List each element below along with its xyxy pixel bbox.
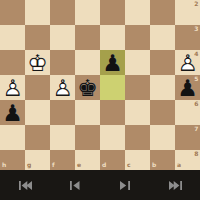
square-d4[interactable]: ♟ <box>100 50 125 75</box>
white-pawn-outline: ♙ <box>50 75 75 100</box>
file-label-d: d <box>102 162 106 168</box>
square-b4[interactable] <box>150 50 175 75</box>
square-e6[interactable] <box>75 100 100 125</box>
square-c5[interactable] <box>125 75 150 100</box>
square-a4[interactable]: ♟♙4 <box>175 50 200 75</box>
square-e2[interactable] <box>75 0 100 25</box>
file-label-c: c <box>127 162 131 168</box>
square-f2[interactable] <box>50 0 75 25</box>
square-g7[interactable] <box>25 125 50 150</box>
white-king[interactable]: ♚♔ <box>25 50 50 75</box>
step-back-icon <box>70 181 80 190</box>
square-e5[interactable]: ♚ <box>75 75 100 100</box>
square-d5[interactable] <box>100 75 125 100</box>
move-nav-bar <box>0 170 200 200</box>
square-a6[interactable]: 6 <box>175 100 200 125</box>
rank-label-8: 8 <box>194 151 198 157</box>
square-h7[interactable] <box>0 125 25 150</box>
square-f3[interactable] <box>50 25 75 50</box>
square-c7[interactable] <box>125 125 150 150</box>
square-c6[interactable] <box>125 100 150 125</box>
file-label-a: a <box>177 162 181 168</box>
square-b2[interactable] <box>150 0 175 25</box>
file-label-b: b <box>152 162 156 168</box>
black-pawn[interactable]: ♟ <box>0 100 25 125</box>
black-pawn-glyph: ♟ <box>100 50 125 75</box>
file-label-f: f <box>52 162 55 168</box>
file-label-e: e <box>77 162 81 168</box>
white-pawn-outline: ♙ <box>175 50 200 75</box>
square-g6[interactable] <box>25 100 50 125</box>
chess-board: 123♚♔♟♟♙4♟♙♟♙♚♟5♟67hgfedcb8a <box>0 0 200 175</box>
square-c3[interactable] <box>125 25 150 50</box>
white-pawn-outline: ♙ <box>0 75 25 100</box>
square-b5[interactable] <box>150 75 175 100</box>
square-b3[interactable] <box>150 25 175 50</box>
black-pawn-glyph: ♟ <box>0 100 25 125</box>
rank-label-3: 3 <box>194 26 198 32</box>
square-h3[interactable] <box>0 25 25 50</box>
square-a3[interactable]: 3 <box>175 25 200 50</box>
square-f5[interactable]: ♟♙ <box>50 75 75 100</box>
rank-label-7: 7 <box>194 126 198 132</box>
white-pawn[interactable]: ♟♙ <box>0 75 25 100</box>
square-c4[interactable] <box>125 50 150 75</box>
square-a7[interactable]: 7 <box>175 125 200 150</box>
square-f4[interactable] <box>50 50 75 75</box>
white-pawn[interactable]: ♟♙ <box>50 75 75 100</box>
rank-label-6: 6 <box>194 101 198 107</box>
square-c2[interactable] <box>125 0 150 25</box>
square-d2[interactable] <box>100 0 125 25</box>
square-h2[interactable] <box>0 0 25 25</box>
nav-next-move-button[interactable] <box>100 170 150 200</box>
file-label-h: h <box>2 162 6 168</box>
square-h6[interactable]: ♟ <box>0 100 25 125</box>
black-pawn[interactable]: ♟ <box>175 75 200 100</box>
square-g3[interactable] <box>25 25 50 50</box>
square-h5[interactable]: ♟♙ <box>0 75 25 100</box>
square-d7[interactable] <box>100 125 125 150</box>
square-d6[interactable] <box>100 100 125 125</box>
square-e3[interactable] <box>75 25 100 50</box>
skip-to-start-icon <box>19 181 32 190</box>
black-pawn-glyph: ♟ <box>175 75 200 100</box>
square-b6[interactable] <box>150 100 175 125</box>
square-e7[interactable] <box>75 125 100 150</box>
black-king-glyph: ♚ <box>75 75 100 100</box>
black-pawn[interactable]: ♟ <box>100 50 125 75</box>
chess-app-screen: 123♚♔♟♟♙4♟♙♟♙♚♟5♟67hgfedcb8a <box>0 0 200 200</box>
white-pawn[interactable]: ♟♙ <box>175 50 200 75</box>
nav-first-move-button[interactable] <box>0 170 50 200</box>
square-g4[interactable]: ♚♔ <box>25 50 50 75</box>
square-a5[interactable]: ♟5 <box>175 75 200 100</box>
nav-last-move-button[interactable] <box>150 170 200 200</box>
square-b7[interactable] <box>150 125 175 150</box>
skip-to-end-icon <box>169 181 182 190</box>
square-f7[interactable] <box>50 125 75 150</box>
square-f6[interactable] <box>50 100 75 125</box>
square-a2[interactable]: 2 <box>175 0 200 25</box>
nav-previous-move-button[interactable] <box>50 170 100 200</box>
step-forward-icon <box>120 181 130 190</box>
square-g2[interactable] <box>25 0 50 25</box>
rank-label-2: 2 <box>194 1 198 7</box>
square-h4[interactable] <box>0 50 25 75</box>
square-g5[interactable] <box>25 75 50 100</box>
square-e4[interactable] <box>75 50 100 75</box>
square-d3[interactable] <box>100 25 125 50</box>
file-label-g: g <box>27 162 31 168</box>
white-king-outline: ♔ <box>25 50 50 75</box>
black-king[interactable]: ♚ <box>75 75 100 100</box>
